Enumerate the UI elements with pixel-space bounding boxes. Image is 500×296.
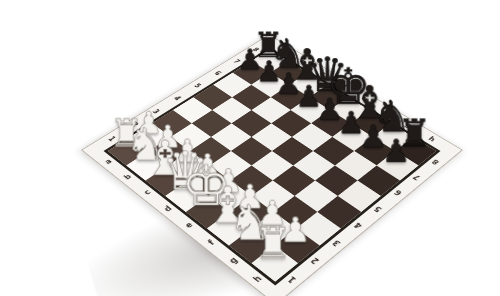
white-rook-h1: ♜: [236, 222, 308, 265]
chess-set-photo: abcdefgh abcdefgh 87654321 87654321 ♜♞♝♛…: [0, 0, 500, 296]
black-pawn-h7: ♟: [363, 135, 428, 167]
